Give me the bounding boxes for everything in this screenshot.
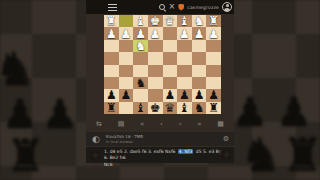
square-c2[interactable]: ♟ [177,27,192,39]
square-a8[interactable]: ♜ [206,102,221,114]
black-knight-b8[interactable]: ♞ [194,102,205,114]
next-move-icon[interactable]: › [179,121,182,128]
gear-icon[interactable]: ⚙ [223,136,229,143]
square-b8[interactable]: ♞ [192,102,207,114]
square-a5[interactable] [206,65,221,77]
analysis-toolbar: ⇆ ▤ « ‹ › » ▦ [90,118,230,130]
engine-name-label: Stockfish 16 · 7MB [106,134,143,139]
square-a4[interactable] [206,52,221,64]
blurred-piece-top [88,148,103,163]
white-rook-a1[interactable]: ♜ [208,15,219,27]
black-rook-a8[interactable]: ♜ [208,102,219,114]
square-f5[interactable] [133,65,148,77]
white-pawn-g2[interactable]: ♟ [121,28,132,40]
username-label[interactable]: casmegrozze [187,5,219,10]
square-e8[interactable]: ♚ [148,102,163,114]
black-knight-f6[interactable]: ♞ [135,77,146,89]
square-b3[interactable] [192,40,207,52]
square-g1[interactable] [119,15,134,27]
square-b4[interactable] [192,52,207,64]
square-b5[interactable] [192,65,207,77]
white-pawn-h2[interactable]: ♟ [106,28,117,40]
square-d5[interactable] [163,65,178,77]
square-g4[interactable] [119,52,134,64]
white-pawn-c2[interactable]: ♟ [179,28,190,40]
square-a6[interactable] [206,77,221,89]
square-h1[interactable]: ♜ [104,15,119,27]
black-bishop-c8[interactable]: ♝ [179,102,190,114]
square-g7[interactable]: ♟ [119,89,134,101]
blurred-black-pawn-icon: ♟ [2,94,38,134]
square-g2[interactable]: ♟ [119,27,134,39]
white-knight-b1[interactable]: ♞ [194,15,205,27]
square-d4[interactable] [163,52,178,64]
blurred-black-rook-icon: ♜ [6,134,45,178]
blurred-black-pawn-icon: ♟ [42,94,78,134]
square-a1[interactable]: ♜ [206,15,221,27]
square-g6[interactable] [119,77,134,89]
white-pawn-b2[interactable]: ♟ [194,28,205,40]
square-e6[interactable] [148,77,163,89]
hamburger-menu-icon[interactable] [108,4,117,11]
square-a7[interactable]: ♟ [206,89,221,101]
square-e4[interactable] [148,52,163,64]
chess-board[interactable]: ♜♝♚♛♝♞♜♟♟♟♟♟♟♟♞♞♟♟♟♟♟♟♜♝♚♛♝♞♜ [104,15,221,114]
black-queen-d8[interactable]: ♛ [164,102,175,114]
search-icon[interactable] [159,4,166,11]
blurred-black-pawn-icon: ♟ [276,92,312,132]
white-pawn-f2[interactable]: ♟ [135,28,146,40]
square-h5[interactable] [104,65,119,77]
square-f4[interactable] [133,52,148,64]
moves-before-current[interactable]: 1. d4 e5 2. dxe5 f6 3. exf6 Nxf6 [104,149,175,154]
white-king-e1[interactable]: ♚ [150,15,161,27]
square-h3[interactable] [104,40,119,52]
black-pawn-d7[interactable]: ♟ [164,89,175,101]
square-h4[interactable] [104,52,119,64]
square-c3[interactable] [177,40,192,52]
engine-panel: ◐ Stockfish 16 · 7MB in local browser ⚙ [86,132,234,146]
video-frame: ♞ ♟ ♟ ♜ ♟ ♟ ♞ ♜ × casmegrozze ♜♝♚♛♝♞♜♟♟♟… [0,0,320,180]
top-app-bar: × casmegrozze [86,0,234,14]
blurred-black-knight-icon: ♞ [240,132,281,178]
challenges-x-icon[interactable]: × [169,3,176,11]
square-h6[interactable] [104,77,119,89]
profile-icon[interactable] [222,2,232,12]
blurred-black-pawn-icon: ♟ [232,92,268,132]
square-e1[interactable]: ♚ [148,15,163,27]
white-queen-d1[interactable]: ♛ [164,15,175,27]
white-pawn-a2[interactable]: ♟ [208,28,219,40]
prev-move-icon[interactable]: ‹ [160,121,163,128]
white-bishop-c1[interactable]: ♝ [179,15,190,27]
first-move-icon[interactable]: « [140,121,144,128]
square-e7[interactable] [148,89,163,101]
square-d6[interactable] [163,77,178,89]
black-pawn-a7[interactable]: ♟ [208,89,219,101]
square-e3[interactable] [148,40,163,52]
board-menu-icon[interactable]: ▦ [217,121,224,128]
engine-toggle-icon[interactable]: ◐ [92,135,100,144]
square-f8[interactable]: ♝ [133,102,148,114]
white-knight-f3[interactable]: ♞ [135,40,146,52]
square-c7[interactable]: ♟ [177,89,192,101]
square-b2[interactable]: ♟ [192,27,207,39]
square-f2[interactable]: ♟ [133,27,148,39]
square-d8[interactable]: ♛ [163,102,178,114]
square-b6[interactable] [192,77,207,89]
user-flair-shield-icon [178,4,184,11]
square-d1[interactable]: ♛ [163,15,178,27]
blurred-piece-top [219,147,234,162]
black-pawn-c7[interactable]: ♟ [179,89,190,101]
square-c5[interactable] [177,65,192,77]
black-bishop-f8[interactable]: ♝ [135,102,146,114]
white-bishop-f1[interactable]: ♝ [135,15,146,27]
square-a2[interactable]: ♟ [206,27,221,39]
square-b1[interactable]: ♞ [192,15,207,27]
black-pawn-b7[interactable]: ♟ [194,89,205,101]
square-f6[interactable]: ♞ [133,77,148,89]
opening-explorer-icon[interactable]: ▤ [118,121,125,128]
square-g8[interactable] [119,102,134,114]
white-pawn-e2[interactable]: ♟ [150,28,161,40]
phone-screen: × casmegrozze ♜♝♚♛♝♞♜♟♟♟♟♟♟♟♞♞♟♟♟♟♟♟♜♝♚♛… [86,0,234,163]
square-f1[interactable]: ♝ [133,15,148,27]
square-g3[interactable] [119,40,134,52]
black-pawn-g7[interactable]: ♟ [121,89,132,101]
square-f7[interactable] [133,89,148,101]
square-h8[interactable]: ♜ [104,102,119,114]
black-pawn-h7[interactable]: ♟ [106,89,117,101]
blurred-black-rook-icon: ♜ [282,132,320,178]
current-move-chip[interactable]: 4. Nf3 [178,149,194,154]
black-rook-h8[interactable]: ♜ [106,102,117,114]
square-d3[interactable] [163,40,178,52]
black-king-e8[interactable]: ♚ [150,102,161,114]
square-h7[interactable]: ♟ [104,89,119,101]
square-c6[interactable] [177,77,192,89]
blurred-black-knight-icon: ♞ [0,46,35,92]
move-list: 1. d4 e5 2. dxe5 f6 3. exf6 Nxf6 4. Nf3 … [86,147,234,163]
engine-location-label: in local browser [106,140,143,144]
square-h2[interactable]: ♟ [104,27,119,39]
square-a3[interactable] [206,40,221,52]
square-e5[interactable] [148,65,163,77]
square-e2[interactable]: ♟ [148,27,163,39]
square-c1[interactable]: ♝ [177,15,192,27]
square-d2[interactable] [163,27,178,39]
last-move-icon[interactable]: » [197,121,201,128]
moves-line-2[interactable]: Nc6 [104,162,113,167]
square-f3[interactable]: ♞ [133,40,148,52]
square-c4[interactable] [177,52,192,64]
white-rook-h1[interactable]: ♜ [106,15,117,27]
square-d7[interactable]: ♟ [163,89,178,101]
square-b7[interactable]: ♟ [192,89,207,101]
square-c8[interactable]: ♝ [177,102,192,114]
square-g5[interactable] [119,65,134,77]
flip-board-icon[interactable]: ⇆ [96,121,102,128]
